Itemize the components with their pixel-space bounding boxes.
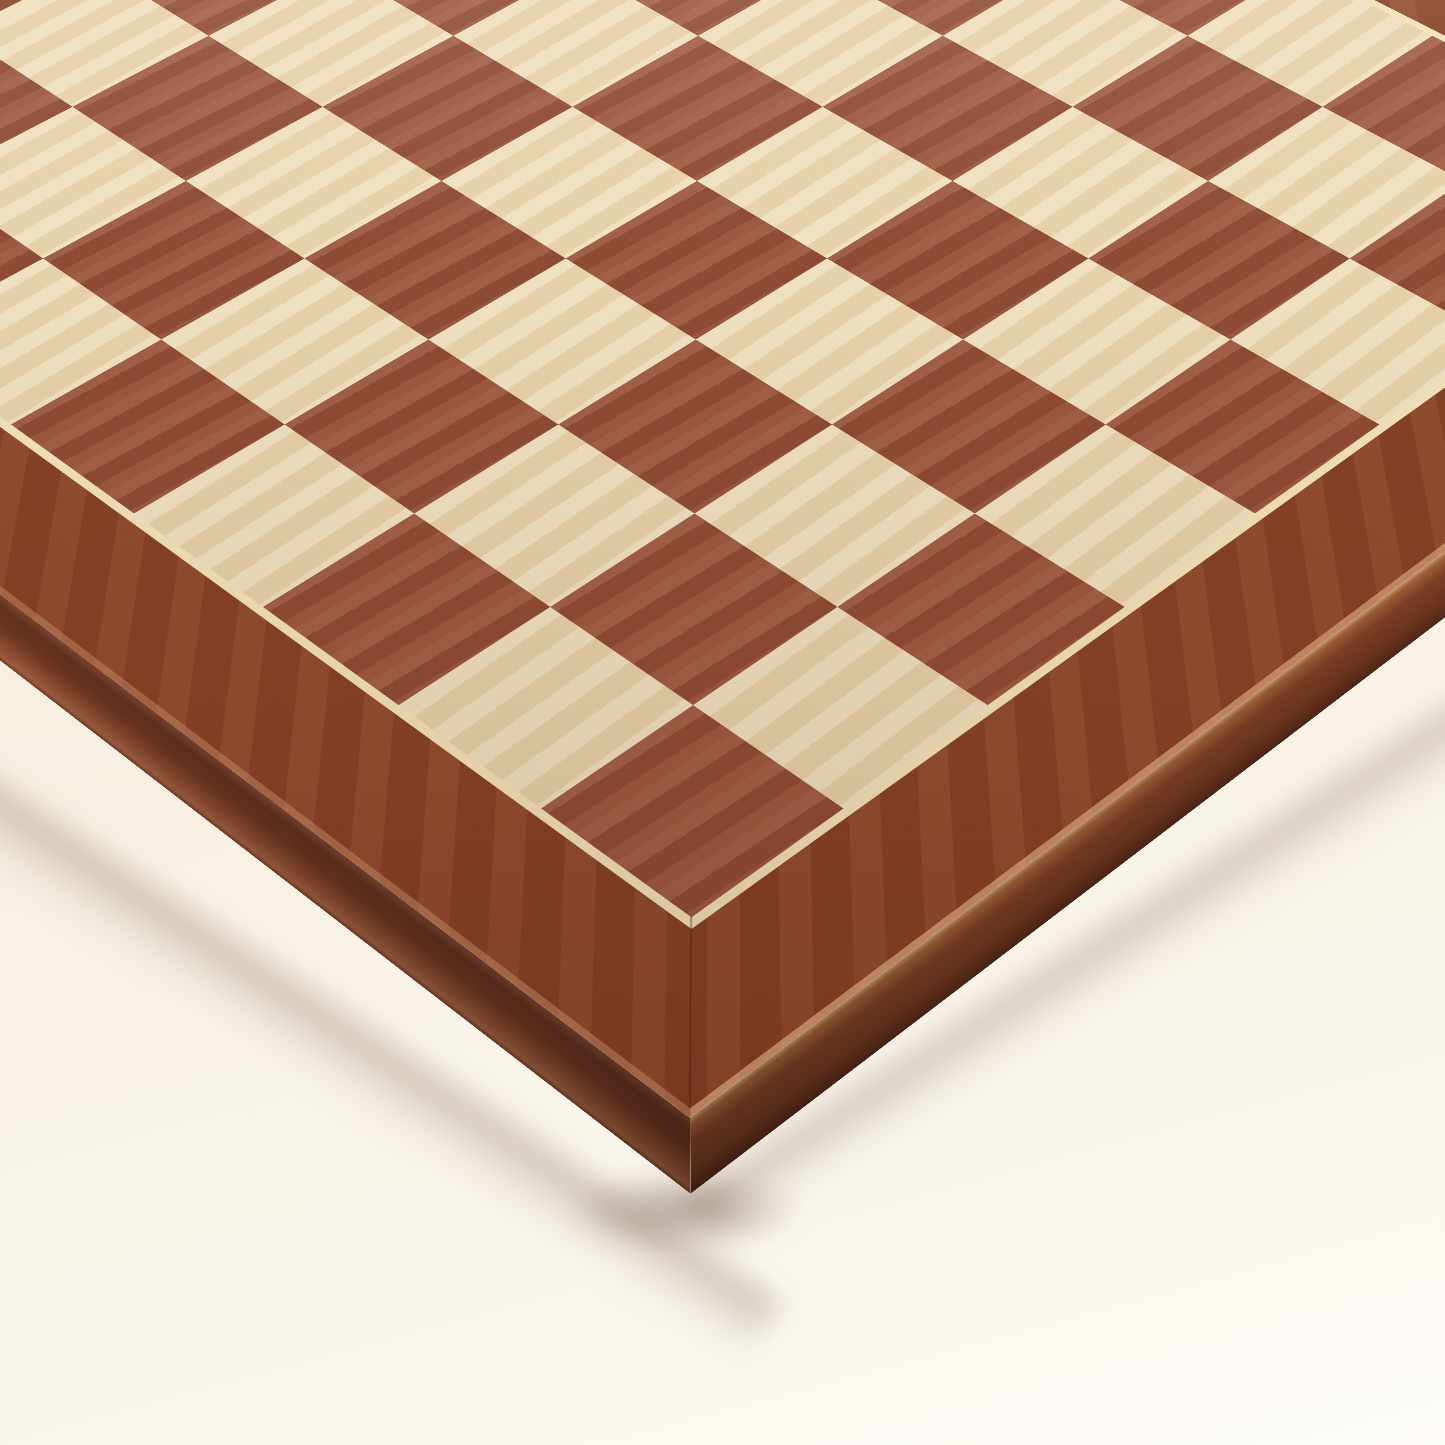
board-top-face <box>0 0 1445 1118</box>
chessboard-3d-scene <box>0 0 1445 1445</box>
product-photo-canvas <box>0 0 1445 1445</box>
frame-miter-seam <box>689 916 692 1119</box>
